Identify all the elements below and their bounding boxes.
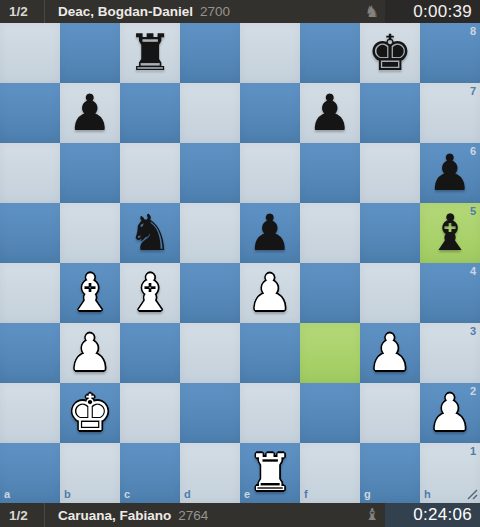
square-g7[interactable] [360,83,420,143]
bottom-clock: 0:24:06 [385,503,480,527]
top-clock: 0:00:39 [385,0,480,23]
square-d8[interactable] [180,23,240,83]
square-e4[interactable]: ♟ [240,263,300,323]
coord-rank-7: 7 [470,86,476,97]
piece-white-king: ♚ [60,383,120,443]
square-a6[interactable] [0,143,60,203]
top-score: 1/2 [0,0,45,23]
coord-rank-1: 1 [470,446,476,457]
coord-file-g: g [364,489,371,500]
top-player-name[interactable]: Deac, Bogdan-Daniel [58,4,193,19]
square-d5[interactable] [180,203,240,263]
square-h5[interactable]: ♝5 [420,203,480,263]
square-f7[interactable]: ♟ [300,83,360,143]
chess-board: ♜♚8♟♟7♟6♞♟♝5♝♝♟4♟♟3♚♟2abcd♜efg1h [0,23,480,503]
square-f6[interactable] [300,143,360,203]
bottom-player-name[interactable]: Caruana, Fabiano [58,508,171,523]
square-b6[interactable] [60,143,120,203]
square-d1[interactable]: d [180,443,240,503]
coord-file-d: d [184,489,191,500]
square-f3[interactable] [300,323,360,383]
square-d7[interactable] [180,83,240,143]
square-c2[interactable] [120,383,180,443]
piece-black-rook: ♜ [120,23,180,83]
square-h7[interactable]: 7 [420,83,480,143]
piece-black-king: ♚ [360,23,420,83]
square-e3[interactable] [240,323,300,383]
bottom-score: 1/2 [0,503,45,527]
coord-rank-3: 3 [470,326,476,337]
coord-file-h: h [424,489,431,500]
piece-white-pawn: ♟ [240,263,300,323]
coord-file-a: a [4,489,10,500]
square-g2[interactable] [360,383,420,443]
square-e5[interactable]: ♟ [240,203,300,263]
square-c1[interactable]: c [120,443,180,503]
bishop-icon: ♝ [365,507,379,523]
square-b4[interactable]: ♝ [60,263,120,323]
piece-black-pawn: ♟ [60,83,120,143]
resize-handle-icon[interactable] [465,487,479,501]
top-player-bar: 1/2 Deac, Bogdan-Daniel 2700 ♞ 0:00:39 [0,0,480,23]
coord-rank-6: 6 [470,146,476,157]
coord-rank-5: 5 [470,206,476,217]
square-b7[interactable]: ♟ [60,83,120,143]
square-g5[interactable] [360,203,420,263]
coord-rank-4: 4 [470,266,476,277]
square-c7[interactable] [120,83,180,143]
square-a2[interactable] [0,383,60,443]
square-g1[interactable]: g [360,443,420,503]
square-h4[interactable]: 4 [420,263,480,323]
square-h8[interactable]: 8 [420,23,480,83]
square-f8[interactable] [300,23,360,83]
piece-white-bishop: ♝ [120,263,180,323]
square-c3[interactable] [120,323,180,383]
bottom-player-rating: 2764 [178,508,208,523]
coord-file-b: b [64,489,71,500]
square-a4[interactable] [0,263,60,323]
piece-white-pawn: ♟ [420,383,480,443]
square-f1[interactable]: f [300,443,360,503]
piece-white-rook: ♜ [240,443,300,503]
knight-icon: ♞ [365,4,379,20]
square-e2[interactable] [240,383,300,443]
coord-file-c: c [124,489,130,500]
coord-rank-8: 8 [470,26,476,37]
coord-file-e: e [244,489,250,500]
square-b2[interactable]: ♚ [60,383,120,443]
square-a5[interactable] [0,203,60,263]
piece-black-pawn: ♟ [300,83,360,143]
square-a1[interactable]: a [0,443,60,503]
square-b8[interactable] [60,23,120,83]
square-d4[interactable] [180,263,240,323]
square-h6[interactable]: ♟6 [420,143,480,203]
piece-black-pawn: ♟ [240,203,300,263]
piece-black-knight: ♞ [120,203,180,263]
coord-rank-2: 2 [470,386,476,397]
piece-white-pawn: ♟ [360,323,420,383]
square-g8[interactable]: ♚ [360,23,420,83]
square-f2[interactable] [300,383,360,443]
square-a7[interactable] [0,83,60,143]
square-a8[interactable] [0,23,60,83]
square-d3[interactable] [180,323,240,383]
piece-black-bishop: ♝ [420,203,480,263]
square-e7[interactable] [240,83,300,143]
coord-file-f: f [304,489,308,500]
bottom-player-bar: 1/2 Caruana, Fabiano 2764 ♝ 0:24:06 [0,503,480,527]
square-b1[interactable]: b [60,443,120,503]
square-g6[interactable] [360,143,420,203]
square-a3[interactable] [0,323,60,383]
square-c6[interactable] [120,143,180,203]
piece-black-pawn: ♟ [420,143,480,203]
square-c4[interactable]: ♝ [120,263,180,323]
square-e8[interactable] [240,23,300,83]
square-e6[interactable] [240,143,300,203]
piece-white-pawn: ♟ [60,323,120,383]
square-f4[interactable] [300,263,360,323]
square-c8[interactable]: ♜ [120,23,180,83]
square-h2[interactable]: ♟2 [420,383,480,443]
square-b3[interactable]: ♟ [60,323,120,383]
square-c5[interactable]: ♞ [120,203,180,263]
square-f5[interactable] [300,203,360,263]
top-player-rating: 2700 [200,4,230,19]
square-e1[interactable]: ♜e [240,443,300,503]
square-h3[interactable]: 3 [420,323,480,383]
square-d2[interactable] [180,383,240,443]
square-g4[interactable] [360,263,420,323]
square-g3[interactable]: ♟ [360,323,420,383]
piece-white-bishop: ♝ [60,263,120,323]
square-d6[interactable] [180,143,240,203]
square-b5[interactable] [60,203,120,263]
